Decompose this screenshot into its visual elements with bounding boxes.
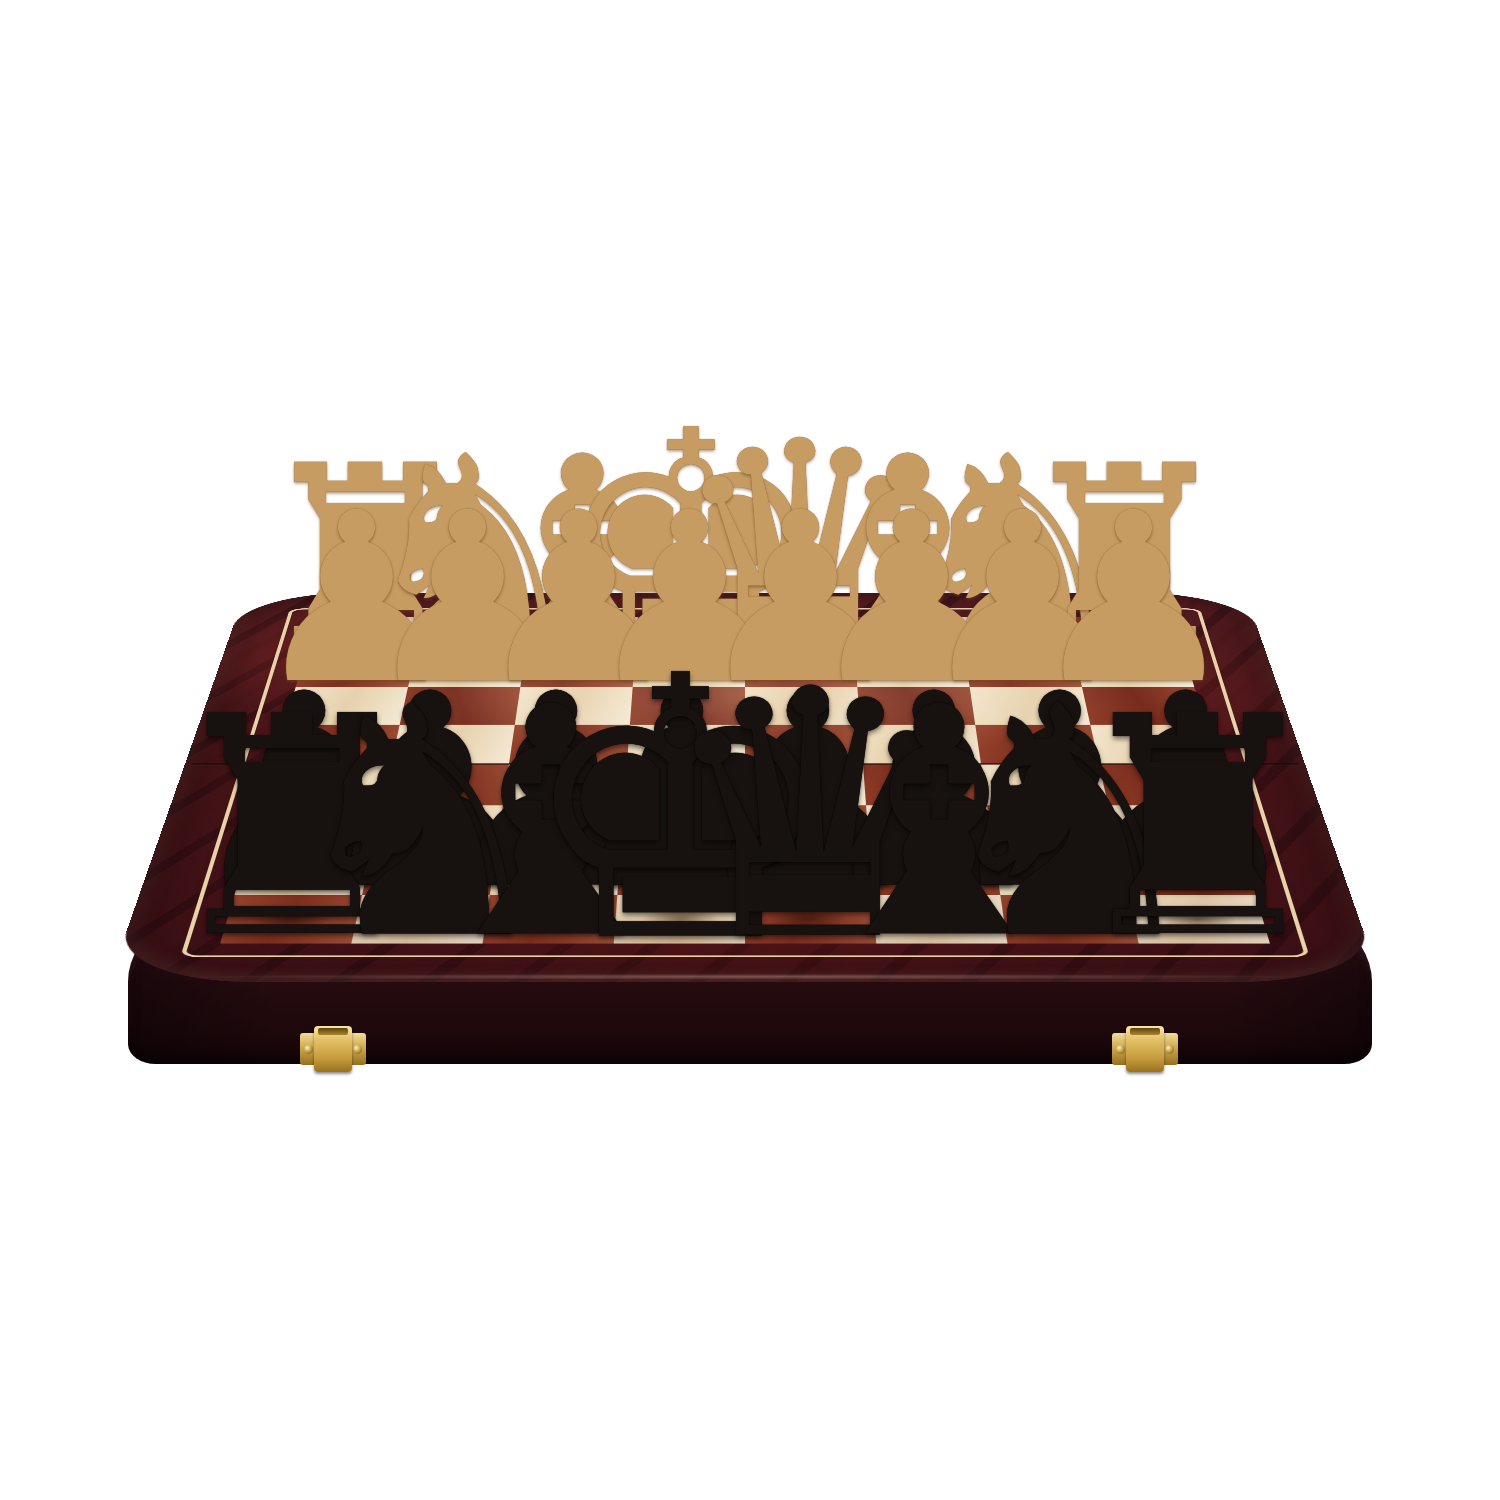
piece-black-rook-a8[interactable]: ♜	[1063, 677, 1334, 979]
rook-glyph: ♜	[1063, 677, 1334, 979]
product-photo-stage: ♜♞♝♚♛♝♞♜♟♟♟♟♟♟♟♟♟♟♟♟♟♟♟♟♜♞♝♚♛♝♞♜	[0, 0, 1500, 1500]
